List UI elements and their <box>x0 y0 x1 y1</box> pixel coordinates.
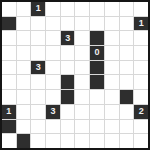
white-cell-r8c7[interactable] <box>105 120 119 134</box>
white-cell-r9c0[interactable] <box>2 134 16 148</box>
white-cell-r3c1[interactable] <box>17 46 31 60</box>
white-cell-r9c6[interactable] <box>90 134 104 148</box>
white-cell-r0c7[interactable] <box>105 2 119 16</box>
clue-cell-r1c9: 1 <box>134 17 148 31</box>
white-cell-r0c9[interactable] <box>134 2 148 16</box>
white-cell-r2c3[interactable] <box>46 31 60 45</box>
white-cell-r0c8[interactable] <box>120 2 134 16</box>
white-cell-r2c2[interactable] <box>31 31 45 45</box>
white-cell-r5c2[interactable] <box>31 75 45 89</box>
white-cell-r5c5[interactable] <box>75 75 89 89</box>
white-cell-r9c2[interactable] <box>31 134 45 148</box>
white-cell-r7c7[interactable] <box>105 105 119 119</box>
white-cell-r1c2[interactable] <box>31 17 45 31</box>
akari-board: 11303132 <box>0 0 150 150</box>
white-cell-r9c7[interactable] <box>105 134 119 148</box>
white-cell-r3c8[interactable] <box>120 46 134 60</box>
white-cell-r8c2[interactable] <box>31 120 45 134</box>
white-cell-r1c6[interactable] <box>90 17 104 31</box>
black-cell-r1c0 <box>2 17 16 31</box>
white-cell-r7c4[interactable] <box>61 105 75 119</box>
white-cell-r8c3[interactable] <box>46 120 60 134</box>
white-cell-r9c3[interactable] <box>46 134 60 148</box>
white-cell-r3c9[interactable] <box>134 46 148 60</box>
black-cell-r2c6 <box>90 31 104 45</box>
white-cell-r7c6[interactable] <box>90 105 104 119</box>
clue-cell-r7c9: 2 <box>134 105 148 119</box>
white-cell-r1c5[interactable] <box>75 17 89 31</box>
white-cell-r2c9[interactable] <box>134 31 148 45</box>
white-cell-r5c8[interactable] <box>120 75 134 89</box>
white-cell-r3c3[interactable] <box>46 46 60 60</box>
white-cell-r9c8[interactable] <box>120 134 134 148</box>
white-cell-r3c0[interactable] <box>2 46 16 60</box>
clue-cell-r4c2: 3 <box>31 61 45 75</box>
white-cell-r8c6[interactable] <box>90 120 104 134</box>
black-cell-r6c4 <box>61 90 75 104</box>
white-cell-r0c3[interactable] <box>46 2 60 16</box>
white-cell-r5c0[interactable] <box>2 75 16 89</box>
white-cell-r6c5[interactable] <box>75 90 89 104</box>
white-cell-r2c5[interactable] <box>75 31 89 45</box>
white-cell-r8c9[interactable] <box>134 120 148 134</box>
white-cell-r0c4[interactable] <box>61 2 75 16</box>
black-cell-r4c6 <box>90 61 104 75</box>
white-cell-r0c0[interactable] <box>2 2 16 16</box>
white-cell-r5c3[interactable] <box>46 75 60 89</box>
black-cell-r8c0 <box>2 120 16 134</box>
white-cell-r4c3[interactable] <box>46 61 60 75</box>
white-cell-r2c7[interactable] <box>105 31 119 45</box>
white-cell-r2c0[interactable] <box>2 31 16 45</box>
white-cell-r6c2[interactable] <box>31 90 45 104</box>
white-cell-r5c1[interactable] <box>17 75 31 89</box>
white-cell-r7c2[interactable] <box>31 105 45 119</box>
white-cell-r2c1[interactable] <box>17 31 31 45</box>
white-cell-r8c8[interactable] <box>120 120 134 134</box>
white-cell-r3c5[interactable] <box>75 46 89 60</box>
white-cell-r1c7[interactable] <box>105 17 119 31</box>
white-cell-r1c1[interactable] <box>17 17 31 31</box>
white-cell-r5c9[interactable] <box>134 75 148 89</box>
white-cell-r6c6[interactable] <box>90 90 104 104</box>
white-cell-r3c4[interactable] <box>61 46 75 60</box>
white-cell-r7c1[interactable] <box>17 105 31 119</box>
white-cell-r3c2[interactable] <box>31 46 45 60</box>
white-cell-r1c8[interactable] <box>120 17 134 31</box>
clue-cell-r7c0: 1 <box>2 105 16 119</box>
white-cell-r3c7[interactable] <box>105 46 119 60</box>
white-cell-r9c4[interactable] <box>61 134 75 148</box>
white-cell-r6c3[interactable] <box>46 90 60 104</box>
clue-cell-r7c3: 3 <box>46 105 60 119</box>
white-cell-r5c7[interactable] <box>105 75 119 89</box>
white-cell-r6c7[interactable] <box>105 90 119 104</box>
white-cell-r9c5[interactable] <box>75 134 89 148</box>
white-cell-r8c5[interactable] <box>75 120 89 134</box>
white-cell-r8c4[interactable] <box>61 120 75 134</box>
white-cell-r0c1[interactable] <box>17 2 31 16</box>
white-cell-r0c6[interactable] <box>90 2 104 16</box>
black-cell-r9c1 <box>17 134 31 148</box>
black-cell-r6c8 <box>120 90 134 104</box>
white-cell-r6c1[interactable] <box>17 90 31 104</box>
white-cell-r4c8[interactable] <box>120 61 134 75</box>
white-cell-r4c0[interactable] <box>2 61 16 75</box>
black-cell-r5c4 <box>61 75 75 89</box>
white-cell-r4c5[interactable] <box>75 61 89 75</box>
white-cell-r1c4[interactable] <box>61 17 75 31</box>
black-cell-r5c6 <box>90 75 104 89</box>
white-cell-r1c3[interactable] <box>46 17 60 31</box>
white-cell-r7c8[interactable] <box>120 105 134 119</box>
clue-cell-r0c2: 1 <box>31 2 45 16</box>
white-cell-r2c8[interactable] <box>120 31 134 45</box>
white-cell-r4c9[interactable] <box>134 61 148 75</box>
white-cell-r4c7[interactable] <box>105 61 119 75</box>
white-cell-r6c9[interactable] <box>134 90 148 104</box>
clue-cell-r2c4: 3 <box>61 31 75 45</box>
white-cell-r4c1[interactable] <box>17 61 31 75</box>
clue-cell-r3c6: 0 <box>90 46 104 60</box>
white-cell-r4c4[interactable] <box>61 61 75 75</box>
white-cell-r0c5[interactable] <box>75 2 89 16</box>
white-cell-r9c9[interactable] <box>134 134 148 148</box>
white-cell-r8c1[interactable] <box>17 120 31 134</box>
white-cell-r7c5[interactable] <box>75 105 89 119</box>
white-cell-r6c0[interactable] <box>2 90 16 104</box>
